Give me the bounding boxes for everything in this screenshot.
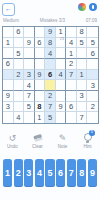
given-digit: 6 [6, 59, 10, 68]
cell-r8c3[interactable]: 5 [24, 102, 35, 113]
user-digit: 6 [48, 70, 52, 79]
cell-r7c1[interactable]: 9 [3, 91, 14, 102]
trophy-icon[interactable] [89, 3, 97, 11]
cell-r4c5[interactable] [45, 59, 56, 70]
given-digit: 6 [91, 49, 95, 58]
cell-r5c7[interactable]: 7 [66, 70, 77, 81]
theme-palette-icon[interactable] [78, 3, 86, 11]
given-digit: 9 [48, 27, 52, 36]
cell-r1c2[interactable]: 6 [14, 27, 25, 38]
cell-r4c3[interactable] [24, 59, 35, 70]
cell-r4c7[interactable]: 2 [66, 59, 77, 70]
given-digit: 8 [80, 27, 84, 36]
given-digit: 3 [91, 81, 95, 90]
cell-r6c5[interactable] [45, 80, 56, 91]
cell-r4c8[interactable] [77, 59, 88, 70]
bulb-icon: 1 [83, 132, 93, 143]
cell-r3c2[interactable]: 5 [14, 48, 25, 59]
cell-r7c6[interactable] [56, 91, 67, 102]
cell-r3c4[interactable] [35, 48, 46, 59]
numpad-4[interactable]: 4 [35, 159, 44, 187]
cell-r6c1[interactable] [3, 80, 14, 91]
given-digit: 3 [6, 102, 10, 111]
cell-r3c8[interactable] [77, 48, 88, 59]
cell-r9c6[interactable] [56, 112, 67, 123]
hint-label: Hint [83, 144, 91, 149]
cell-r5c6[interactable]: 4 [56, 70, 67, 81]
given-digit: 4 [69, 38, 73, 47]
undo-label: Undo [7, 144, 18, 149]
cell-r7c7[interactable] [66, 91, 77, 102]
cell-r6c7[interactable] [66, 80, 77, 91]
given-digit: 1 [37, 113, 41, 122]
given-digit: 6 [16, 27, 20, 36]
cell-r8c9[interactable]: 2 [87, 102, 98, 113]
cell-r4c2[interactable] [14, 59, 25, 70]
eraser-icon [33, 134, 42, 142]
cell-r6c3[interactable]: 4 [24, 80, 35, 91]
back-icon: ← [5, 5, 12, 12]
given-digit: 5 [48, 113, 52, 122]
given-digit: 2 [48, 91, 52, 100]
cell-r6c2[interactable] [14, 80, 25, 91]
cell-r3c6[interactable] [56, 48, 67, 59]
note-label: Note [58, 144, 68, 149]
cell-r2c4[interactable]: 6 [35, 38, 46, 49]
given-digit: 7 [27, 91, 31, 100]
timer: 07:09 [86, 18, 97, 23]
hint-count-badge: 1 [89, 130, 95, 136]
numpad-3[interactable]: 3 [24, 159, 33, 187]
given-digit: 2 [91, 102, 95, 111]
given-digit: 5 [16, 49, 20, 58]
given-digit: 3 [27, 70, 31, 79]
given-digit: 5 [27, 102, 31, 111]
status-bar: Medium Mistakes 3/3 07:09 [3, 18, 97, 23]
cell-r2c6[interactable]: 23 [56, 38, 67, 49]
user-digit: 8 [37, 102, 41, 111]
undo-icon: ↺ [9, 133, 17, 143]
cell-r5c9[interactable] [87, 70, 98, 81]
cell-r2c5[interactable]: 8 [45, 38, 56, 49]
cell-r9c2[interactable]: 4 [14, 112, 25, 123]
cell-r9c8[interactable]: 7 [77, 112, 88, 123]
difficulty-label: Medium [3, 18, 19, 23]
numpad-9[interactable]: 9 [88, 159, 97, 187]
cell-r3c1[interactable] [3, 48, 14, 59]
given-digit: 6 [37, 38, 41, 47]
note-button[interactable]: ✎ Note [50, 132, 75, 149]
cell-r7c2[interactable] [14, 91, 25, 102]
clear-button[interactable]: Clear [25, 132, 50, 149]
given-digit: 7 [69, 70, 73, 79]
toolbar: ↺ Undo Clear ✎ Note 1 Hint [0, 132, 100, 149]
given-digit: 3 [80, 91, 84, 100]
cell-r7c3[interactable]: 7 [24, 91, 35, 102]
cell-r8c1[interactable]: 3 [3, 102, 14, 113]
cell-r2c7[interactable]: 4 [66, 38, 77, 49]
cell-r5c2[interactable]: 2 [14, 70, 25, 81]
cell-r3c3[interactable] [24, 48, 35, 59]
cell-r8c4[interactable]: 8 [35, 102, 46, 113]
cell-r5c8[interactable]: 1 [77, 70, 88, 81]
cell-r9c7[interactable] [66, 112, 77, 123]
cell-r8c5[interactable]: 7 [45, 102, 56, 113]
given-digit: 1 [6, 38, 10, 47]
cell-r9c1[interactable] [3, 112, 14, 123]
cell-r1c6[interactable]: 1 [56, 27, 67, 38]
cell-r5c1[interactable] [3, 70, 14, 81]
hint-button[interactable]: 1 Hint [75, 132, 100, 149]
cell-r9c5[interactable]: 5 [45, 112, 56, 123]
back-button[interactable]: ← [2, 3, 15, 16]
cell-r7c8[interactable]: 3 [77, 91, 88, 102]
given-digit: 4 [16, 113, 20, 122]
cell-r1c4[interactable] [35, 27, 46, 38]
numpad-1[interactable]: 1 [3, 159, 12, 187]
cell-r3c9[interactable]: 6 [87, 48, 98, 59]
given-digit: 6 [69, 102, 73, 111]
cell-r8c7[interactable]: 6 [66, 102, 77, 113]
cell-r1c1[interactable] [3, 27, 14, 38]
cell-r8c2[interactable] [14, 102, 25, 113]
given-digit: 9 [27, 38, 31, 47]
cell-r4c1[interactable]: 6 [3, 59, 14, 70]
pencil-icon: ✎ [59, 133, 67, 143]
cell-r2c8[interactable]: 5 [77, 38, 88, 49]
given-digit: 2 [69, 59, 73, 68]
given-digit: 1 [80, 70, 84, 79]
sudoku-board: 6918196823455541662239647143972335879624… [2, 26, 99, 124]
given-digit: 7 [80, 113, 84, 122]
given-digit: 9 [37, 70, 41, 79]
given-digit: 5 [80, 38, 84, 47]
cell-r1c5[interactable]: 9 [45, 27, 56, 38]
given-digit: 2 [16, 70, 20, 79]
cell-r5c5[interactable]: 6 [45, 70, 56, 81]
cell-r9c4[interactable]: 1 [35, 112, 46, 123]
cell-r6c8[interactable] [77, 80, 88, 91]
given-digit: 4 [27, 81, 31, 90]
cell-r3c5[interactable]: 4 [45, 48, 56, 59]
cell-r1c7[interactable] [66, 27, 77, 38]
cell-r2c9[interactable]: 5 [87, 38, 98, 49]
cell-r6c9[interactable]: 3 [87, 80, 98, 91]
cell-r7c9[interactable] [87, 91, 98, 102]
clear-label: Clear [32, 144, 43, 149]
numpad-5[interactable]: 5 [45, 159, 54, 187]
mistakes-counter: Mistakes 3/3 [40, 18, 65, 23]
cell-r5c4[interactable]: 9 [35, 70, 46, 81]
cell-r6c6[interactable] [56, 80, 67, 91]
cell-r1c9[interactable] [87, 27, 98, 38]
cell-r7c4[interactable] [35, 91, 46, 102]
cell-r5c3[interactable]: 3 [24, 70, 35, 81]
cell-r7c5[interactable]: 2 [45, 91, 56, 102]
cell-r9c9[interactable] [87, 112, 98, 123]
cell-r3c7[interactable]: 1 [66, 48, 77, 59]
cell-r2c3[interactable]: 9 [24, 38, 35, 49]
cell-r8c6[interactable]: 9 [56, 102, 67, 113]
number-pad: 123456789 [3, 159, 97, 187]
cell-r6c4[interactable] [35, 80, 46, 91]
given-digit: 1 [58, 27, 62, 36]
given-digit: 9 [6, 91, 10, 100]
given-digit: 4 [58, 70, 62, 79]
undo-button[interactable]: ↺ Undo [0, 132, 25, 149]
cell-r1c3[interactable] [24, 27, 35, 38]
numpad-2[interactable]: 2 [14, 159, 23, 187]
given-digit: 5 [91, 38, 95, 47]
given-digit: 8 [48, 38, 52, 47]
cell-r4c9[interactable] [87, 59, 98, 70]
cell-r2c2[interactable] [14, 38, 25, 49]
cell-r2c1[interactable]: 1 [3, 38, 14, 49]
cell-r4c4[interactable] [35, 59, 46, 70]
cell-r8c8[interactable] [77, 102, 88, 113]
given-digit: 7 [48, 102, 52, 111]
header: ← [2, 3, 97, 16]
given-digit: 9 [58, 102, 62, 111]
numpad-7[interactable]: 7 [67, 159, 76, 187]
numpad-8[interactable]: 8 [77, 159, 86, 187]
given-digit: 1 [69, 49, 73, 58]
numpad-6[interactable]: 6 [56, 159, 65, 187]
cell-r4c6[interactable] [56, 59, 67, 70]
cell-r9c3[interactable] [24, 112, 35, 123]
cell-r1c8[interactable]: 8 [77, 27, 88, 38]
given-digit: 4 [48, 49, 52, 58]
pencil-notes: 23 [56, 37, 65, 41]
